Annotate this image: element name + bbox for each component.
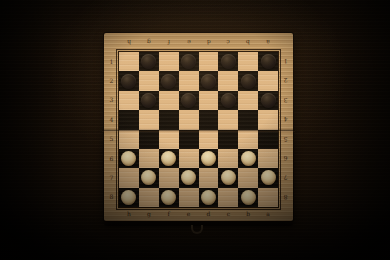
square-f8[interactable] xyxy=(159,188,179,207)
square-b6[interactable] xyxy=(238,149,258,168)
square-h6[interactable] xyxy=(119,149,139,168)
square-b3[interactable] xyxy=(238,91,258,110)
square-f1[interactable] xyxy=(159,52,179,71)
square-h7[interactable] xyxy=(119,168,139,187)
file-label-g: g xyxy=(139,207,159,221)
square-e1[interactable] xyxy=(179,52,199,71)
rank-label-4: 4 xyxy=(278,110,293,129)
square-b4[interactable] xyxy=(238,110,258,129)
rank-label-8: 8 xyxy=(278,188,293,207)
checkers-board: hgfedcba hgfedcba 12345678 12345678 xyxy=(104,33,293,221)
file-label-c: c xyxy=(218,207,238,221)
rank-label-1: 1 xyxy=(104,52,119,71)
file-label-f: f xyxy=(159,207,179,221)
square-e3[interactable] xyxy=(179,91,199,110)
light-checker-c7[interactable] xyxy=(221,170,236,185)
clasp-latch xyxy=(191,225,203,234)
rank-label-6: 6 xyxy=(104,149,119,168)
file-label-g: g xyxy=(139,33,159,52)
light-checker-e7[interactable] xyxy=(181,170,196,185)
dark-checker-b2[interactable] xyxy=(241,74,256,89)
dark-checker-a1[interactable] xyxy=(261,54,276,69)
square-h2[interactable] xyxy=(119,71,139,90)
square-f7[interactable] xyxy=(159,168,179,187)
light-checker-d8[interactable] xyxy=(201,190,216,205)
file-label-c: c xyxy=(218,33,238,52)
light-checker-b6[interactable] xyxy=(241,151,256,166)
rank-label-3: 3 xyxy=(278,91,293,110)
file-label-d: d xyxy=(199,207,219,221)
dark-checker-h2[interactable] xyxy=(121,74,136,89)
square-d6[interactable] xyxy=(199,149,219,168)
square-c4[interactable] xyxy=(218,110,238,129)
square-a6[interactable] xyxy=(258,149,278,168)
square-h5[interactable] xyxy=(119,130,139,149)
dark-checker-g1[interactable] xyxy=(141,54,156,69)
square-f4[interactable] xyxy=(159,110,179,129)
square-g4[interactable] xyxy=(139,110,159,129)
rank-label-2: 2 xyxy=(104,71,119,90)
square-g6[interactable] xyxy=(139,149,159,168)
square-e5[interactable] xyxy=(179,130,199,149)
dark-checker-c1[interactable] xyxy=(221,54,236,69)
dark-checker-e1[interactable] xyxy=(181,54,196,69)
light-checker-b8[interactable] xyxy=(241,190,256,205)
square-a4[interactable] xyxy=(258,110,278,129)
light-checker-h6[interactable] xyxy=(121,151,136,166)
square-g7[interactable] xyxy=(139,168,159,187)
dark-checker-d2[interactable] xyxy=(201,74,216,89)
square-e4[interactable] xyxy=(179,110,199,129)
square-f5[interactable] xyxy=(159,130,179,149)
file-label-h: h xyxy=(119,33,139,52)
square-b2[interactable] xyxy=(238,71,258,90)
rank-label-3: 3 xyxy=(104,91,119,110)
square-d2[interactable] xyxy=(199,71,219,90)
square-e6[interactable] xyxy=(179,149,199,168)
dark-checker-c3[interactable] xyxy=(221,93,236,108)
dark-checker-g3[interactable] xyxy=(141,93,156,108)
square-c6[interactable] xyxy=(218,149,238,168)
square-e8[interactable] xyxy=(179,188,199,207)
square-a3[interactable] xyxy=(258,91,278,110)
rank-label-6: 6 xyxy=(278,149,293,168)
square-a2[interactable] xyxy=(258,71,278,90)
file-label-a: a xyxy=(258,207,278,221)
square-f2[interactable] xyxy=(159,71,179,90)
light-checker-f6[interactable] xyxy=(161,151,176,166)
square-e7[interactable] xyxy=(179,168,199,187)
square-b8[interactable] xyxy=(238,188,258,207)
square-b1[interactable] xyxy=(238,52,258,71)
square-d1[interactable] xyxy=(199,52,219,71)
square-c2[interactable] xyxy=(218,71,238,90)
file-label-b: b xyxy=(238,207,258,221)
dark-checker-a3[interactable] xyxy=(261,93,276,108)
square-a1[interactable] xyxy=(258,52,278,71)
file-label-b: b xyxy=(238,33,258,52)
square-c3[interactable] xyxy=(218,91,238,110)
file-label-f: f xyxy=(159,33,179,52)
file-label-a: a xyxy=(258,33,278,52)
square-d7[interactable] xyxy=(199,168,219,187)
square-d5[interactable] xyxy=(199,130,219,149)
square-d4[interactable] xyxy=(199,110,219,129)
light-checker-g7[interactable] xyxy=(141,170,156,185)
square-g1[interactable] xyxy=(139,52,159,71)
square-g5[interactable] xyxy=(139,130,159,149)
square-c7[interactable] xyxy=(218,168,238,187)
square-g3[interactable] xyxy=(139,91,159,110)
square-d3[interactable] xyxy=(199,91,219,110)
rank-label-2: 2 xyxy=(278,71,293,90)
file-label-h: h xyxy=(119,207,139,221)
square-f6[interactable] xyxy=(159,149,179,168)
dark-checker-e3[interactable] xyxy=(181,93,196,108)
square-g2[interactable] xyxy=(139,71,159,90)
rank-label-7: 7 xyxy=(278,168,293,187)
table-surface: hgfedcba hgfedcba 12345678 12345678 xyxy=(0,0,390,260)
light-checker-a7[interactable] xyxy=(261,170,276,185)
square-h1[interactable] xyxy=(119,52,139,71)
square-c1[interactable] xyxy=(218,52,238,71)
square-h4[interactable] xyxy=(119,110,139,129)
file-label-e: e xyxy=(179,207,199,221)
square-d8[interactable] xyxy=(199,188,219,207)
rank-labels-right: 12345678 xyxy=(278,52,293,207)
rank-label-5: 5 xyxy=(278,130,293,149)
rank-label-7: 7 xyxy=(104,168,119,187)
rank-labels-left: 12345678 xyxy=(104,52,119,207)
square-b7[interactable] xyxy=(238,168,258,187)
square-f3[interactable] xyxy=(159,91,179,110)
file-labels-bottom: hgfedcba xyxy=(119,207,278,221)
square-a8[interactable] xyxy=(258,188,278,207)
light-checker-d6[interactable] xyxy=(201,151,216,166)
file-labels-top: hgfedcba xyxy=(119,33,278,52)
rank-label-5: 5 xyxy=(104,130,119,149)
square-a5[interactable] xyxy=(258,130,278,149)
light-checker-f8[interactable] xyxy=(161,190,176,205)
file-label-e: e xyxy=(179,33,199,52)
square-h3[interactable] xyxy=(119,91,139,110)
light-checker-h8[interactable] xyxy=(121,190,136,205)
square-g8[interactable] xyxy=(139,188,159,207)
rank-label-1: 1 xyxy=(278,52,293,71)
rank-label-4: 4 xyxy=(104,110,119,129)
square-c5[interactable] xyxy=(218,130,238,149)
file-label-d: d xyxy=(199,33,219,52)
square-b5[interactable] xyxy=(238,130,258,149)
square-a7[interactable] xyxy=(258,168,278,187)
square-c8[interactable] xyxy=(218,188,238,207)
board-grid xyxy=(119,52,278,207)
square-h8[interactable] xyxy=(119,188,139,207)
rank-label-8: 8 xyxy=(104,188,119,207)
dark-checker-f2[interactable] xyxy=(161,74,176,89)
square-e2[interactable] xyxy=(179,71,199,90)
